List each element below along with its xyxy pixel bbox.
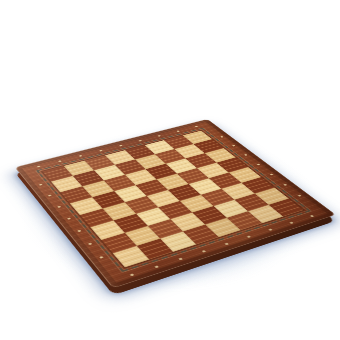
inlay-dot-31 (297, 194, 301, 196)
inlay-dot-29 (282, 184, 286, 186)
inlay-dot-23 (243, 154, 247, 156)
inlay-dot-2 (57, 160, 61, 162)
inlay-dot-6 (98, 150, 102, 152)
inlay-dot-1 (129, 273, 134, 276)
inlay-dot-9 (224, 242, 229, 245)
inlay-dot-22 (56, 206, 60, 208)
inlay-dot-5 (177, 257, 182, 260)
inlay-dot-15 (288, 221, 292, 223)
inlay-dot-18 (38, 184, 42, 186)
inlay-dot-12 (157, 135, 161, 137)
inlay-dot-17 (309, 215, 313, 217)
inlay-dot-19 (219, 136, 223, 138)
inlay-dot-11 (246, 235, 251, 238)
inlay-dot-4 (78, 155, 82, 157)
inlay-dot-20 (47, 194, 51, 196)
inlay-dot-14 (176, 130, 180, 132)
inlay-dot-24 (66, 217, 70, 219)
inlay-dot-27 (269, 173, 273, 175)
inlay-dot-26 (76, 230, 80, 232)
inlay-dot-7 (201, 250, 206, 253)
inlay-dot-13 (267, 228, 272, 230)
inlay-dot-0 (36, 166, 40, 168)
inlay-dot-30 (98, 256, 103, 259)
inlay-dot-25 (256, 163, 260, 165)
inlay-dot-8 (118, 145, 122, 147)
inlay-dot-16 (194, 126, 198, 128)
inlay-dot-3 (153, 265, 158, 268)
inlay-dot-28 (87, 242, 91, 245)
product-photo (0, 0, 340, 340)
inlay-dot-10 (138, 140, 142, 142)
inlay-dot-21 (231, 145, 235, 147)
